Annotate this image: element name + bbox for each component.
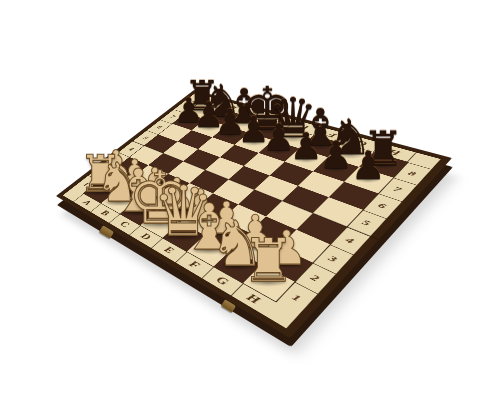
chess-set-photo: ABCDEFGHABCDEFGH8765432187654321 ♜♞♝♚♛♝♞…	[0, 0, 500, 400]
piece-black-pawn-g7[interactable]: ♟	[319, 136, 353, 174]
piece-black-pawn-f7[interactable]: ♟	[289, 128, 322, 165]
piece-black-pawn-h7[interactable]: ♟	[351, 146, 386, 185]
piece-white-rook-h1[interactable]: ♜	[242, 231, 296, 291]
